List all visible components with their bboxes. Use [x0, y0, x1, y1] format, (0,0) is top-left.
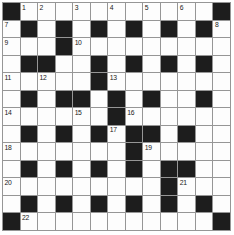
- crossword-page: 12345678910111213141516171819202122: [0, 0, 234, 235]
- clue-number-19: 19: [145, 144, 152, 151]
- clue-number-21: 21: [180, 179, 187, 186]
- cell-r8-c10[interactable]: [161, 126, 179, 144]
- cell-r7-c5[interactable]: 15: [73, 108, 91, 126]
- clue-number-20: 20: [5, 179, 12, 186]
- cell-r2-c10: [161, 21, 179, 39]
- cell-r13-c13: [213, 213, 231, 231]
- cell-r3-c4: [56, 38, 74, 56]
- cell-r10-c5[interactable]: [73, 161, 91, 179]
- cell-r12-c12: [196, 196, 214, 214]
- cell-r13-c3[interactable]: [38, 213, 56, 231]
- cell-r4-c1[interactable]: [3, 56, 21, 74]
- cell-r13-c4[interactable]: [56, 213, 74, 231]
- cell-r3-c12[interactable]: [196, 38, 214, 56]
- cell-r10-c4: [56, 161, 74, 179]
- cell-r12-c10: [161, 196, 179, 214]
- cell-r6-c9: [143, 91, 161, 109]
- cell-r13-c5[interactable]: [73, 213, 91, 231]
- cell-r8-c12[interactable]: [196, 126, 214, 144]
- cell-r12-c3[interactable]: [38, 196, 56, 214]
- cell-r9-c11[interactable]: [178, 143, 196, 161]
- cell-r3-c2[interactable]: [21, 38, 39, 56]
- cell-r11-c5[interactable]: [73, 178, 91, 196]
- cell-r4-c4[interactable]: [56, 56, 74, 74]
- cell-r12-c4: [56, 196, 74, 214]
- cell-r1-c1: [3, 3, 21, 21]
- cell-r11-c3[interactable]: [38, 178, 56, 196]
- cell-r10-c3[interactable]: [38, 161, 56, 179]
- cell-r12-c7[interactable]: [108, 196, 126, 214]
- cell-r12-c5[interactable]: [73, 196, 91, 214]
- cell-r10-c13[interactable]: [213, 161, 231, 179]
- cell-r4-c10: [161, 56, 179, 74]
- cell-r1-c7[interactable]: 4: [108, 3, 126, 21]
- cell-r5-c10[interactable]: [161, 73, 179, 91]
- cell-r7-c13[interactable]: [213, 108, 231, 126]
- cell-r3-c10[interactable]: [161, 38, 179, 56]
- cell-r3-c5[interactable]: 10: [73, 38, 91, 56]
- cell-r5-c12[interactable]: [196, 73, 214, 91]
- clue-number-17: 17: [110, 126, 117, 133]
- cell-r3-c8[interactable]: [126, 38, 144, 56]
- cell-r11-c10: [161, 178, 179, 196]
- cell-r12-c11[interactable]: [178, 196, 196, 214]
- cell-r7-c12[interactable]: [196, 108, 214, 126]
- cell-r2-c6: [91, 21, 109, 39]
- cell-r3-c7[interactable]: [108, 38, 126, 56]
- cell-r4-c13[interactable]: [213, 56, 231, 74]
- cell-r7-c9[interactable]: [143, 108, 161, 126]
- cell-r8-c11: [178, 126, 196, 144]
- cell-r7-c6[interactable]: [91, 108, 109, 126]
- cell-r10-c7[interactable]: [108, 161, 126, 179]
- cell-r8-c5[interactable]: [73, 126, 91, 144]
- cell-r11-c6[interactable]: [91, 178, 109, 196]
- cell-r9-c6[interactable]: [91, 143, 109, 161]
- cell-r2-c12: [196, 21, 214, 39]
- clue-number-10: 10: [75, 39, 82, 46]
- cell-r11-c4[interactable]: [56, 178, 74, 196]
- cell-r3-c1[interactable]: 9: [3, 38, 21, 56]
- cell-r8-c7[interactable]: 17: [108, 126, 126, 144]
- cell-r7-c11[interactable]: [178, 108, 196, 126]
- cell-r11-c11[interactable]: 21: [178, 178, 196, 196]
- cell-r6-c5: [73, 91, 91, 109]
- cell-r6-c6[interactable]: [91, 91, 109, 109]
- clue-number-14: 14: [5, 109, 12, 116]
- cell-r9-c9[interactable]: 19: [143, 143, 161, 161]
- cell-r5-c6: [91, 73, 109, 91]
- cell-r6-c1[interactable]: [3, 91, 21, 109]
- cell-r9-c7[interactable]: [108, 143, 126, 161]
- clue-number-11: 11: [5, 74, 11, 81]
- clue-number-16: 16: [127, 109, 134, 116]
- cell-r5-c7[interactable]: 13: [108, 73, 126, 91]
- cell-r4-c2: [21, 56, 39, 74]
- cell-r12-c8: [126, 196, 144, 214]
- cell-r7-c7: [108, 108, 126, 126]
- cell-r3-c11[interactable]: [178, 38, 196, 56]
- cell-r12-c2: [21, 196, 39, 214]
- cell-r7-c10[interactable]: [161, 108, 179, 126]
- clue-number-22: 22: [22, 214, 29, 221]
- clue-number-12: 12: [40, 74, 47, 81]
- cell-r6-c13[interactable]: [213, 91, 231, 109]
- cell-r13-c2[interactable]: 22: [21, 213, 39, 231]
- cell-r4-c7[interactable]: [108, 56, 126, 74]
- cell-r1-c4[interactable]: [56, 3, 74, 21]
- cell-r1-c8[interactable]: [126, 3, 144, 21]
- cell-r1-c11[interactable]: 6: [178, 3, 196, 21]
- cell-r7-c8[interactable]: 16: [126, 108, 144, 126]
- cell-r5-c8[interactable]: [126, 73, 144, 91]
- cell-r4-c11[interactable]: [178, 56, 196, 74]
- cell-r8-c8: [126, 126, 144, 144]
- cell-r3-c6[interactable]: [91, 38, 109, 56]
- clue-number-18: 18: [5, 144, 12, 151]
- cell-r4-c6: [91, 56, 109, 74]
- cell-r4-c9[interactable]: [143, 56, 161, 74]
- cell-r1-c6[interactable]: [91, 3, 109, 21]
- cell-r6-c2: [21, 91, 39, 109]
- cell-r9-c4[interactable]: [56, 143, 74, 161]
- cell-r7-c3[interactable]: [38, 108, 56, 126]
- clue-number-4: 4: [110, 4, 113, 11]
- clue-number-6: 6: [180, 4, 183, 11]
- cell-r11-c1[interactable]: 20: [3, 178, 21, 196]
- cell-r11-c8[interactable]: [126, 178, 144, 196]
- cell-r13-c6[interactable]: [91, 213, 109, 231]
- cell-r11-c2[interactable]: [21, 178, 39, 196]
- cell-r2-c1[interactable]: 7: [3, 21, 21, 39]
- cell-r6-c8[interactable]: [126, 91, 144, 109]
- cell-r5-c13[interactable]: [213, 73, 231, 91]
- cell-r5-c3[interactable]: 12: [38, 73, 56, 91]
- crossword-grid: 12345678910111213141516171819202122: [2, 2, 231, 231]
- cell-r9-c8: [126, 143, 144, 161]
- clue-number-7: 7: [5, 21, 8, 28]
- cell-r1-c10[interactable]: [161, 3, 179, 21]
- cell-r2-c5[interactable]: [73, 21, 91, 39]
- cell-r13-c11[interactable]: [178, 213, 196, 231]
- cell-r13-c12[interactable]: [196, 213, 214, 231]
- cell-r6-c3[interactable]: [38, 91, 56, 109]
- cell-r6-c7: [108, 91, 126, 109]
- cell-r7-c4[interactable]: [56, 108, 74, 126]
- cell-r1-c13: [213, 3, 231, 21]
- cell-r2-c11[interactable]: [178, 21, 196, 39]
- cell-r3-c13[interactable]: [213, 38, 231, 56]
- cell-r12-c9[interactable]: [143, 196, 161, 214]
- cell-r6-c11[interactable]: [178, 91, 196, 109]
- cell-r6-c12: [196, 91, 214, 109]
- cell-r2-c13[interactable]: 8: [213, 21, 231, 39]
- cell-r13-c1: [3, 213, 21, 231]
- cell-r1-c5[interactable]: 3: [73, 3, 91, 21]
- cell-r13-c7[interactable]: [108, 213, 126, 231]
- cell-r10-c2: [21, 161, 39, 179]
- cell-r11-c12[interactable]: [196, 178, 214, 196]
- cell-r10-c10: [161, 161, 179, 179]
- cell-r2-c7[interactable]: [108, 21, 126, 39]
- cell-r9-c13[interactable]: [213, 143, 231, 161]
- clue-number-15: 15: [75, 109, 82, 116]
- cell-r4-c8: [126, 56, 144, 74]
- cell-r2-c2: [21, 21, 39, 39]
- clue-number-8: 8: [215, 21, 218, 28]
- cell-r8-c6: [91, 126, 109, 144]
- cell-r12-c6: [91, 196, 109, 214]
- cell-r3-c9[interactable]: [143, 38, 161, 56]
- cell-r2-c9[interactable]: [143, 21, 161, 39]
- cell-r5-c5[interactable]: [73, 73, 91, 91]
- cell-r5-c2[interactable]: [21, 73, 39, 91]
- cell-r4-c5[interactable]: [73, 56, 91, 74]
- cell-r3-c3[interactable]: [38, 38, 56, 56]
- cell-r4-c3: [38, 56, 56, 74]
- cell-r7-c1[interactable]: 14: [3, 108, 21, 126]
- cell-r13-c9[interactable]: [143, 213, 161, 231]
- cell-r9-c1[interactable]: 18: [3, 143, 21, 161]
- cell-r11-c13[interactable]: [213, 178, 231, 196]
- cell-r9-c12[interactable]: [196, 143, 214, 161]
- cell-r4-c12: [196, 56, 214, 74]
- cell-r8-c3[interactable]: [38, 126, 56, 144]
- cell-r13-c10[interactable]: [161, 213, 179, 231]
- cell-r11-c7[interactable]: [108, 178, 126, 196]
- cell-r8-c9: [143, 126, 161, 144]
- cell-r5-c1[interactable]: 11: [3, 73, 21, 91]
- cell-r8-c1[interactable]: [3, 126, 21, 144]
- cell-r5-c4[interactable]: [56, 73, 74, 91]
- cell-r10-c6: [91, 161, 109, 179]
- cell-r1-c12[interactable]: [196, 3, 214, 21]
- cell-r2-c8: [126, 21, 144, 39]
- clue-number-13: 13: [110, 74, 117, 81]
- cell-r2-c3[interactable]: [38, 21, 56, 39]
- cell-r13-c8[interactable]: [126, 213, 144, 231]
- clue-number-5: 5: [145, 4, 148, 11]
- cell-r5-c11[interactable]: [178, 73, 196, 91]
- cell-r9-c5[interactable]: [73, 143, 91, 161]
- cell-r6-c4: [56, 91, 74, 109]
- cell-r1-c2[interactable]: 1: [21, 3, 39, 21]
- cell-r6-c10[interactable]: [161, 91, 179, 109]
- clue-number-3: 3: [75, 4, 78, 11]
- cell-r11-c9[interactable]: [143, 178, 161, 196]
- clue-number-2: 2: [40, 4, 43, 11]
- cell-r5-c9[interactable]: [143, 73, 161, 91]
- cell-r1-c9[interactable]: 5: [143, 3, 161, 21]
- cell-r10-c11: [178, 161, 196, 179]
- cell-r8-c4: [56, 126, 74, 144]
- cell-r10-c9[interactable]: [143, 161, 161, 179]
- cell-r7-c2[interactable]: [21, 108, 39, 126]
- cell-r8-c13[interactable]: [213, 126, 231, 144]
- cell-r10-c8: [126, 161, 144, 179]
- clue-number-9: 9: [5, 39, 8, 46]
- cell-r1-c3[interactable]: 2: [38, 3, 56, 21]
- cell-r10-c1[interactable]: [3, 161, 21, 179]
- cell-r8-c2: [21, 126, 39, 144]
- cell-r12-c1[interactable]: [3, 196, 21, 214]
- cell-r10-c12[interactable]: [196, 161, 214, 179]
- clue-number-1: 1: [22, 4, 25, 11]
- cell-r12-c13[interactable]: [213, 196, 231, 214]
- cell-r2-c4: [56, 21, 74, 39]
- cell-r9-c2[interactable]: [21, 143, 39, 161]
- cell-r9-c10[interactable]: [161, 143, 179, 161]
- cell-r9-c3[interactable]: [38, 143, 56, 161]
